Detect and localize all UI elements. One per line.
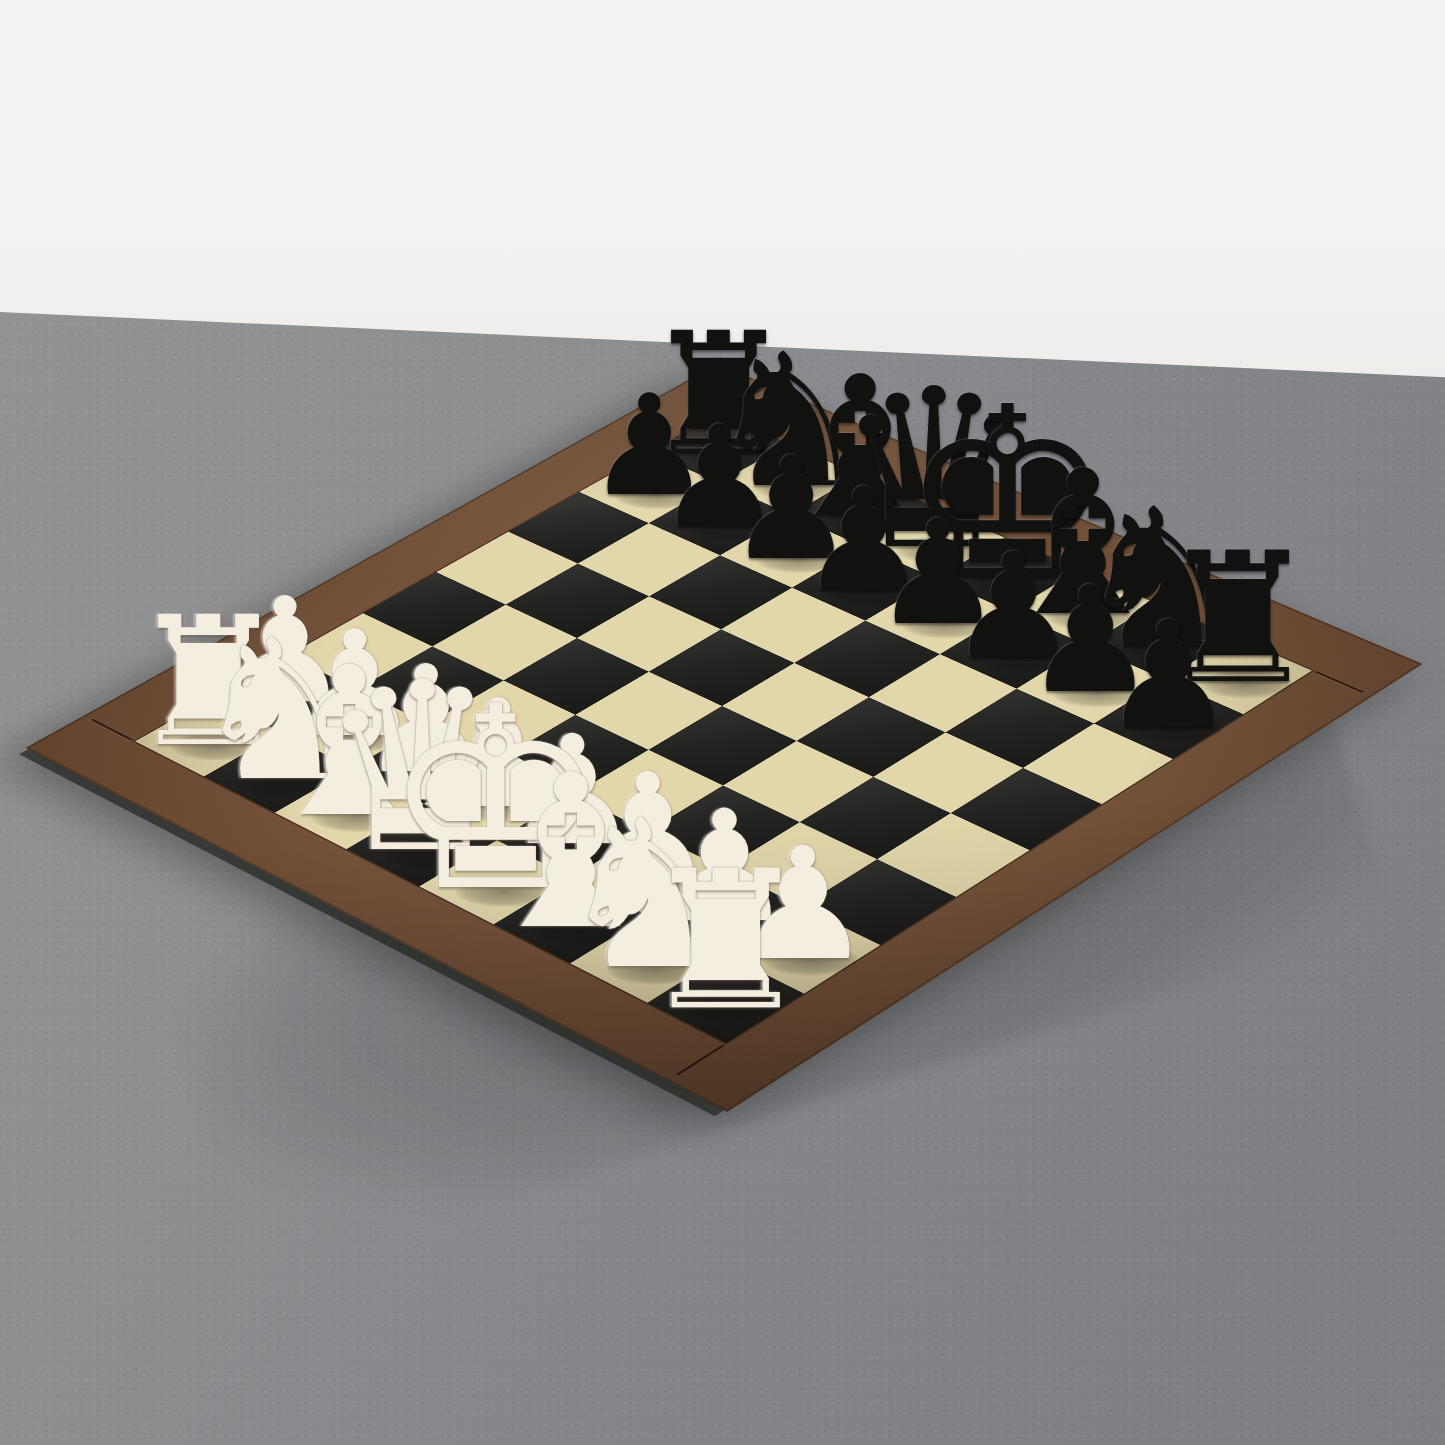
photo-scene: ♜♞♝♛♚♝♞♜♟♟♟♟♟♟♟♟♟♟♟♟♟♟♟♟♜♞♝♛♚♝♞♜ (0, 0, 1445, 1445)
board-perspective-wrapper (0, 0, 1445, 1445)
board-grid (135, 414, 1312, 1043)
corner-groove (1314, 671, 1364, 693)
corner-groove (90, 719, 133, 741)
corner-groove (675, 1045, 724, 1076)
corner-groove (720, 389, 762, 413)
chess-board (26, 364, 1423, 1112)
